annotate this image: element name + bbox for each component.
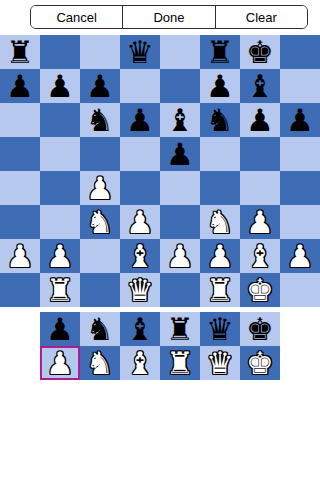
square-c5[interactable] xyxy=(80,137,120,171)
square-h6[interactable]: ♟ xyxy=(280,103,320,137)
black-queen-piece: ♛ xyxy=(126,35,154,69)
square-f5[interactable] xyxy=(200,137,240,171)
square-b1[interactable]: ♜ xyxy=(40,273,80,307)
square-b6[interactable] xyxy=(40,103,80,137)
square-g3[interactable]: ♟ xyxy=(240,205,280,239)
square-h2[interactable]: ♟ xyxy=(280,239,320,273)
square-c1[interactable] xyxy=(80,273,120,307)
square-f6[interactable]: ♞ xyxy=(200,103,240,137)
black-bishop-piece: ♝ xyxy=(166,103,194,137)
square-d5[interactable] xyxy=(120,137,160,171)
palette-black-knight[interactable]: ♞ xyxy=(80,312,120,346)
square-f2[interactable]: ♟ xyxy=(200,239,240,273)
palette-black-pawn[interactable]: ♟ xyxy=(40,312,80,346)
done-button[interactable]: Done xyxy=(122,6,214,28)
palette-black-king[interactable]: ♚ xyxy=(240,312,280,346)
square-d8[interactable]: ♛ xyxy=(120,35,160,69)
cancel-button[interactable]: Cancel xyxy=(31,6,122,28)
palette-white-pawn[interactable]: ♟ xyxy=(40,346,80,380)
square-c6[interactable]: ♞ xyxy=(80,103,120,137)
black-knight-piece: ♞ xyxy=(86,103,114,137)
square-e5[interactable]: ♟ xyxy=(160,137,200,171)
white-bishop-piece: ♝ xyxy=(126,239,154,273)
black-king-piece: ♚ xyxy=(246,312,274,346)
square-e4[interactable] xyxy=(160,171,200,205)
palette-black-rook[interactable]: ♜ xyxy=(160,312,200,346)
black-rook-piece: ♜ xyxy=(206,35,234,69)
square-e7[interactable] xyxy=(160,69,200,103)
square-g4[interactable] xyxy=(240,171,280,205)
square-c8[interactable] xyxy=(80,35,120,69)
white-king-piece: ♚ xyxy=(246,346,274,380)
black-pawn-piece: ♟ xyxy=(206,69,234,103)
square-f7[interactable]: ♟ xyxy=(200,69,240,103)
square-a7[interactable]: ♟ xyxy=(0,69,40,103)
square-h8[interactable] xyxy=(280,35,320,69)
square-h5[interactable] xyxy=(280,137,320,171)
square-e6[interactable]: ♝ xyxy=(160,103,200,137)
square-c3[interactable]: ♞ xyxy=(80,205,120,239)
square-a6[interactable] xyxy=(0,103,40,137)
square-f8[interactable]: ♜ xyxy=(200,35,240,69)
square-c4[interactable]: ♟ xyxy=(80,171,120,205)
palette-black-queen[interactable]: ♛ xyxy=(200,312,240,346)
square-e8[interactable] xyxy=(160,35,200,69)
white-pawn-piece: ♟ xyxy=(246,205,274,239)
square-c7[interactable]: ♟ xyxy=(80,69,120,103)
palette-white-king[interactable]: ♚ xyxy=(240,346,280,380)
piece-palette: ♟♞♝♜♛♚♟♞♝♜♛♚ xyxy=(40,312,280,380)
square-b7[interactable]: ♟ xyxy=(40,69,80,103)
palette-white-queen[interactable]: ♛ xyxy=(200,346,240,380)
square-e1[interactable] xyxy=(160,273,200,307)
square-e3[interactable] xyxy=(160,205,200,239)
palette-white-knight[interactable]: ♞ xyxy=(80,346,120,380)
white-rook-piece: ♜ xyxy=(166,346,194,380)
square-b5[interactable] xyxy=(40,137,80,171)
black-pawn-piece: ♟ xyxy=(46,312,74,346)
square-a5[interactable] xyxy=(0,137,40,171)
square-g1[interactable]: ♚ xyxy=(240,273,280,307)
white-pawn-piece: ♟ xyxy=(166,239,194,273)
white-king-piece: ♚ xyxy=(246,273,274,307)
white-queen-piece: ♛ xyxy=(206,346,234,380)
black-pawn-piece: ♟ xyxy=(166,137,194,171)
square-g6[interactable]: ♟ xyxy=(240,103,280,137)
white-pawn-piece: ♟ xyxy=(126,205,154,239)
square-d7[interactable] xyxy=(120,69,160,103)
black-pawn-piece: ♟ xyxy=(286,103,314,137)
black-pawn-piece: ♟ xyxy=(126,103,154,137)
white-pawn-piece: ♟ xyxy=(46,346,74,380)
palette-white-bishop[interactable]: ♝ xyxy=(120,346,160,380)
square-d1[interactable]: ♛ xyxy=(120,273,160,307)
square-h1[interactable] xyxy=(280,273,320,307)
square-a8[interactable]: ♜ xyxy=(0,35,40,69)
square-b3[interactable] xyxy=(40,205,80,239)
white-rook-piece: ♜ xyxy=(206,273,234,307)
square-a2[interactable]: ♟ xyxy=(0,239,40,273)
black-pawn-piece: ♟ xyxy=(6,69,34,103)
white-rook-piece: ♜ xyxy=(46,273,74,307)
white-knight-piece: ♞ xyxy=(86,205,114,239)
square-b8[interactable] xyxy=(40,35,80,69)
white-pawn-piece: ♟ xyxy=(46,239,74,273)
black-rook-piece: ♜ xyxy=(6,35,34,69)
square-d2[interactable]: ♝ xyxy=(120,239,160,273)
square-f1[interactable]: ♜ xyxy=(200,273,240,307)
square-g8[interactable]: ♚ xyxy=(240,35,280,69)
white-queen-piece: ♛ xyxy=(126,273,154,307)
square-a4[interactable] xyxy=(0,171,40,205)
black-bishop-piece: ♝ xyxy=(126,312,154,346)
square-h7[interactable] xyxy=(280,69,320,103)
square-g5[interactable] xyxy=(240,137,280,171)
square-g7[interactable]: ♝ xyxy=(240,69,280,103)
square-b2[interactable]: ♟ xyxy=(40,239,80,273)
black-rook-piece: ♜ xyxy=(166,312,194,346)
white-pawn-piece: ♟ xyxy=(86,171,114,205)
black-bishop-piece: ♝ xyxy=(246,69,274,103)
palette-white-rook[interactable]: ♜ xyxy=(160,346,200,380)
white-bishop-piece: ♝ xyxy=(126,346,154,380)
black-knight-piece: ♞ xyxy=(86,312,114,346)
square-h4[interactable] xyxy=(280,171,320,205)
square-f3[interactable]: ♞ xyxy=(200,205,240,239)
chess-board: ♜♛♜♚♟♟♟♟♝♞♟♝♞♟♟♟♟♞♟♞♟♟♟♝♟♟♝♟♜♛♜♚ xyxy=(0,35,320,307)
square-a1[interactable] xyxy=(0,273,40,307)
square-a3[interactable] xyxy=(0,205,40,239)
white-pawn-piece: ♟ xyxy=(286,239,314,273)
square-e2[interactable]: ♟ xyxy=(160,239,200,273)
black-knight-piece: ♞ xyxy=(206,103,234,137)
black-pawn-piece: ♟ xyxy=(86,69,114,103)
square-d4[interactable] xyxy=(120,171,160,205)
square-d3[interactable]: ♟ xyxy=(120,205,160,239)
palette-black-bishop[interactable]: ♝ xyxy=(120,312,160,346)
square-h3[interactable] xyxy=(280,205,320,239)
square-g2[interactable]: ♝ xyxy=(240,239,280,273)
black-king-piece: ♚ xyxy=(246,35,274,69)
white-knight-piece: ♞ xyxy=(86,346,114,380)
white-pawn-piece: ♟ xyxy=(206,239,234,273)
segmented-control: Cancel Done Clear xyxy=(30,5,308,29)
black-pawn-piece: ♟ xyxy=(246,103,274,137)
square-f4[interactable] xyxy=(200,171,240,205)
white-bishop-piece: ♝ xyxy=(246,239,274,273)
black-pawn-piece: ♟ xyxy=(46,69,74,103)
square-b4[interactable] xyxy=(40,171,80,205)
white-knight-piece: ♞ xyxy=(206,205,234,239)
square-d6[interactable]: ♟ xyxy=(120,103,160,137)
clear-button[interactable]: Clear xyxy=(215,6,307,28)
black-queen-piece: ♛ xyxy=(206,312,234,346)
white-pawn-piece: ♟ xyxy=(6,239,34,273)
square-c2[interactable] xyxy=(80,239,120,273)
